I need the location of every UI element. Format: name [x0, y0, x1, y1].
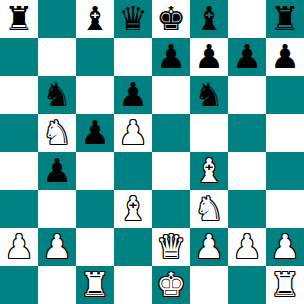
square-a5[interactable] — [0, 114, 38, 152]
square-b1[interactable] — [38, 266, 76, 304]
square-h5[interactable] — [266, 114, 304, 152]
square-a2[interactable]: ♟ — [0, 228, 38, 266]
black-pawn-piece[interactable]: ♟ — [156, 38, 186, 76]
black-queen-piece[interactable]: ♛ — [118, 0, 148, 38]
white-pawn-piece[interactable]: ♟ — [232, 228, 262, 266]
square-f5[interactable] — [190, 114, 228, 152]
square-c5[interactable]: ♟ — [76, 114, 114, 152]
square-d1[interactable] — [114, 266, 152, 304]
square-e3[interactable] — [152, 190, 190, 228]
black-knight-piece[interactable]: ♞ — [194, 76, 224, 114]
white-bishop-piece[interactable]: ♝ — [118, 190, 148, 228]
square-e2[interactable]: ♛ — [152, 228, 190, 266]
square-c6[interactable] — [76, 76, 114, 114]
white-king-piece[interactable]: ♚ — [156, 266, 186, 304]
white-knight-piece[interactable]: ♞ — [194, 190, 224, 228]
square-h2[interactable]: ♟ — [266, 228, 304, 266]
square-c8[interactable]: ♝ — [76, 0, 114, 38]
square-g4[interactable] — [228, 152, 266, 190]
square-c2[interactable] — [76, 228, 114, 266]
square-h3[interactable] — [266, 190, 304, 228]
black-rook-piece[interactable]: ♜ — [4, 0, 34, 38]
square-b7[interactable] — [38, 38, 76, 76]
white-pawn-piece[interactable]: ♟ — [270, 228, 300, 266]
white-bishop-piece[interactable]: ♝ — [194, 152, 224, 190]
white-pawn-piece[interactable]: ♟ — [42, 228, 72, 266]
black-bishop-piece[interactable]: ♝ — [194, 0, 224, 38]
square-d5[interactable]: ♟ — [114, 114, 152, 152]
square-b2[interactable]: ♟ — [38, 228, 76, 266]
square-f7[interactable]: ♟ — [190, 38, 228, 76]
square-e4[interactable] — [152, 152, 190, 190]
square-a4[interactable] — [0, 152, 38, 190]
chess-board: ♜♝♛♚♝♜♟♟♟♟♞♟♞♞♟♟♟♝♝♞♟♟♛♟♟♟♜♚♜ — [0, 0, 304, 304]
black-pawn-piece[interactable]: ♟ — [194, 38, 224, 76]
square-f3[interactable]: ♞ — [190, 190, 228, 228]
square-h6[interactable] — [266, 76, 304, 114]
square-f1[interactable] — [190, 266, 228, 304]
square-f2[interactable]: ♟ — [190, 228, 228, 266]
square-a6[interactable] — [0, 76, 38, 114]
square-g5[interactable] — [228, 114, 266, 152]
black-pawn-piece[interactable]: ♟ — [80, 114, 110, 152]
square-c3[interactable] — [76, 190, 114, 228]
black-pawn-piece[interactable]: ♟ — [118, 76, 148, 114]
square-d7[interactable] — [114, 38, 152, 76]
square-d3[interactable]: ♝ — [114, 190, 152, 228]
square-e5[interactable] — [152, 114, 190, 152]
black-rook-piece[interactable]: ♜ — [270, 0, 300, 38]
square-g1[interactable] — [228, 266, 266, 304]
white-pawn-piece[interactable]: ♟ — [118, 114, 148, 152]
square-h7[interactable]: ♟ — [266, 38, 304, 76]
white-rook-piece[interactable]: ♜ — [80, 266, 110, 304]
black-knight-piece[interactable]: ♞ — [42, 76, 72, 114]
square-e1[interactable]: ♚ — [152, 266, 190, 304]
square-d2[interactable] — [114, 228, 152, 266]
square-e8[interactable]: ♚ — [152, 0, 190, 38]
black-bishop-piece[interactable]: ♝ — [80, 0, 110, 38]
white-pawn-piece[interactable]: ♟ — [194, 228, 224, 266]
square-g7[interactable]: ♟ — [228, 38, 266, 76]
square-b3[interactable] — [38, 190, 76, 228]
square-h1[interactable]: ♜ — [266, 266, 304, 304]
black-pawn-piece[interactable]: ♟ — [42, 152, 72, 190]
square-h8[interactable]: ♜ — [266, 0, 304, 38]
square-h4[interactable] — [266, 152, 304, 190]
square-g8[interactable] — [228, 0, 266, 38]
square-a3[interactable] — [0, 190, 38, 228]
square-g6[interactable] — [228, 76, 266, 114]
square-f6[interactable]: ♞ — [190, 76, 228, 114]
square-g3[interactable] — [228, 190, 266, 228]
chess-board-window: ♜♝♛♚♝♜♟♟♟♟♞♟♞♞♟♟♟♝♝♞♟♟♛♟♟♟♜♚♜ — [0, 0, 304, 304]
square-c7[interactable] — [76, 38, 114, 76]
square-c4[interactable] — [76, 152, 114, 190]
white-pawn-piece[interactable]: ♟ — [4, 228, 34, 266]
square-b8[interactable] — [38, 0, 76, 38]
white-rook-piece[interactable]: ♜ — [270, 266, 300, 304]
square-e7[interactable]: ♟ — [152, 38, 190, 76]
black-king-piece[interactable]: ♚ — [156, 0, 186, 38]
square-e6[interactable] — [152, 76, 190, 114]
white-queen-piece[interactable]: ♛ — [156, 228, 186, 266]
square-b4[interactable]: ♟ — [38, 152, 76, 190]
black-pawn-piece[interactable]: ♟ — [232, 38, 262, 76]
square-g2[interactable]: ♟ — [228, 228, 266, 266]
square-d6[interactable]: ♟ — [114, 76, 152, 114]
white-knight-piece[interactable]: ♞ — [42, 114, 72, 152]
black-pawn-piece[interactable]: ♟ — [270, 38, 300, 76]
square-a8[interactable]: ♜ — [0, 0, 38, 38]
square-c1[interactable]: ♜ — [76, 266, 114, 304]
square-d8[interactable]: ♛ — [114, 0, 152, 38]
square-a1[interactable] — [0, 266, 38, 304]
square-f4[interactable]: ♝ — [190, 152, 228, 190]
square-b6[interactable]: ♞ — [38, 76, 76, 114]
square-f8[interactable]: ♝ — [190, 0, 228, 38]
square-b5[interactable]: ♞ — [38, 114, 76, 152]
square-d4[interactable] — [114, 152, 152, 190]
square-a7[interactable] — [0, 38, 38, 76]
